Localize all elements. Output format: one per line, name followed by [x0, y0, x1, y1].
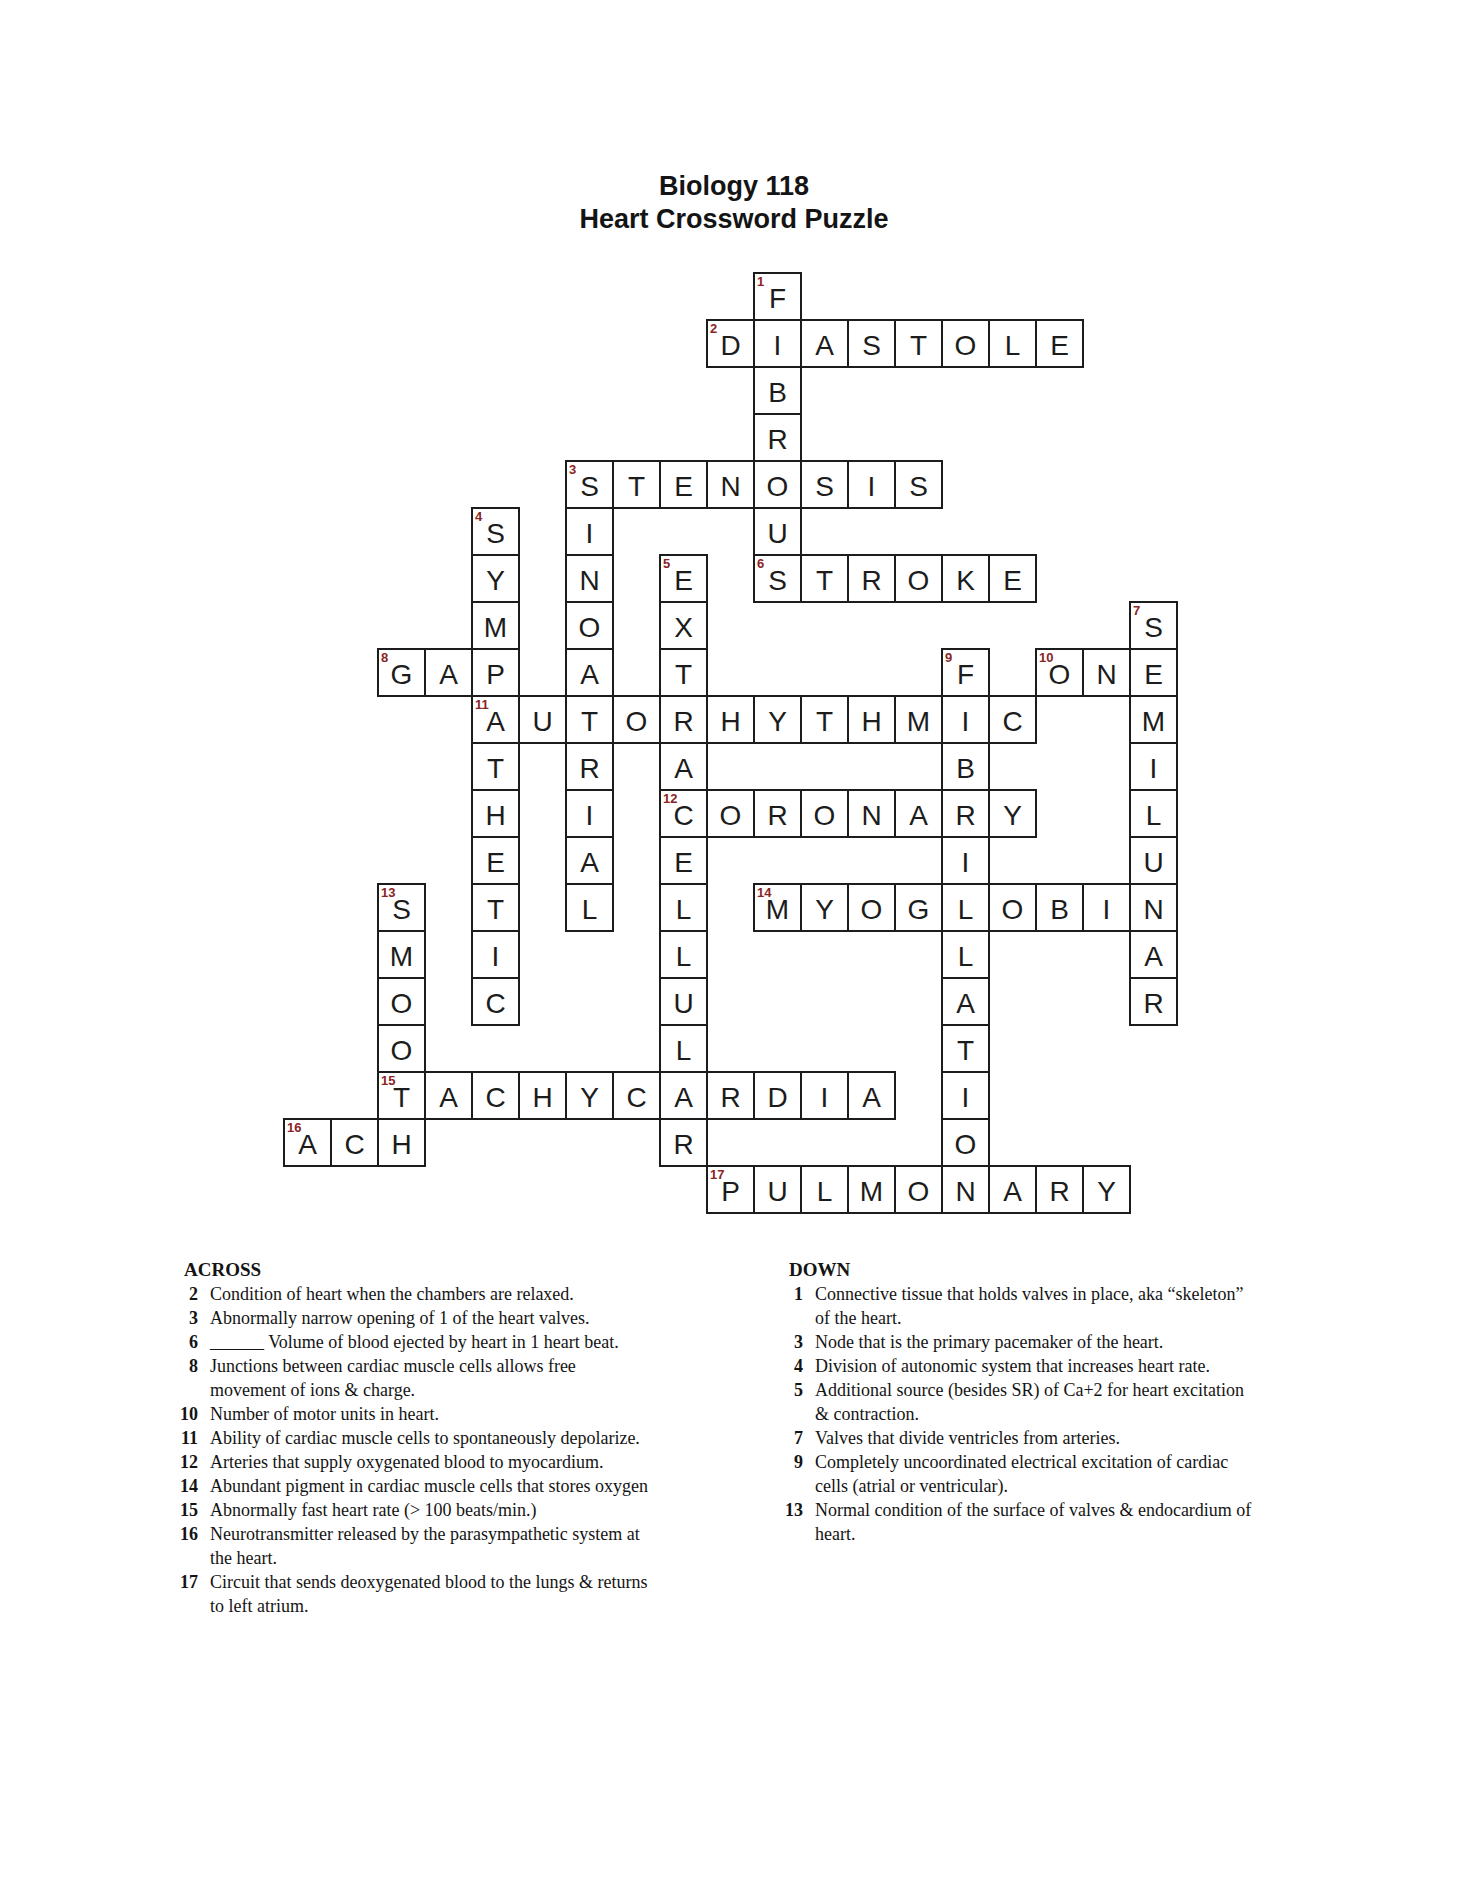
cell-letter: Y — [815, 892, 834, 924]
cell-letter: E — [674, 845, 693, 877]
across-clue-list: 2Condition of heart when the chambers ar… — [150, 1282, 770, 1618]
cell-letter: I — [492, 939, 500, 971]
grid-cell[interactable]: R — [848, 555, 895, 602]
grid-cell[interactable]: 13S — [378, 884, 425, 931]
cell-letter: E — [1144, 657, 1163, 689]
cell-letter: E — [674, 563, 693, 595]
clue-item: 7Valves that divide ventricles from arte… — [755, 1426, 1405, 1450]
grid-cell[interactable]: B — [1036, 884, 1083, 931]
grid-cell[interactable]: O — [942, 320, 989, 367]
cell-letter: B — [956, 751, 975, 783]
clue-item: 4Division of autonomic system that incre… — [755, 1354, 1405, 1378]
cell-letter: T — [487, 751, 504, 783]
cell-number: 12 — [663, 792, 677, 805]
grid-cell[interactable]: R — [1036, 1166, 1083, 1213]
grid-cell[interactable]: C — [472, 978, 519, 1025]
cell-letter: O — [955, 1127, 977, 1159]
puzzle-title-name: Heart Crossword Puzzle — [0, 203, 1468, 236]
cell-letter: L — [676, 892, 692, 924]
clue-number: 17 — [150, 1570, 210, 1594]
cell-number: 4 — [475, 510, 482, 523]
grid-cell[interactable]: H — [378, 1119, 425, 1166]
grid-cell[interactable]: 7S — [1130, 602, 1177, 649]
clue-number: 1 — [755, 1282, 815, 1306]
cell-letter: R — [720, 1080, 740, 1112]
grid-cell[interactable]: 12C — [660, 790, 707, 837]
clue-item: 17Circuit that sends deoxygenated blood … — [150, 1570, 770, 1618]
grid-cell[interactable]: N — [707, 461, 754, 508]
grid-cell[interactable]: A — [895, 790, 942, 837]
grid-cell[interactable]: O — [895, 555, 942, 602]
clue-item: 2Condition of heart when the chambers ar… — [150, 1282, 770, 1306]
grid-cell[interactable]: O — [942, 1119, 989, 1166]
cell-letter: N — [861, 798, 881, 830]
cell-letter: A — [1144, 939, 1163, 971]
grid-cell[interactable]: E — [1130, 649, 1177, 696]
grid-cell[interactable]: K — [942, 555, 989, 602]
cell-letter: H — [720, 704, 740, 736]
clue-number: 14 — [150, 1474, 210, 1498]
cell-letter: O — [579, 610, 601, 642]
grid-cell[interactable]: I — [942, 696, 989, 743]
grid-cell[interactable]: O — [566, 602, 613, 649]
grid-cell[interactable]: 16A — [284, 1119, 331, 1166]
cell-letter: I — [962, 845, 970, 877]
cell-number: 13 — [381, 886, 395, 899]
cell-letter: M — [860, 1174, 883, 1206]
cell-letter: M — [390, 939, 413, 971]
clue-number: 10 — [150, 1402, 210, 1426]
grid-cell[interactable]: R — [942, 790, 989, 837]
clue-text: ______ Volume of blood ejected by heart … — [210, 1330, 750, 1354]
cell-letter: E — [1050, 328, 1069, 360]
grid-cell[interactable]: X — [660, 602, 707, 649]
grid-cell[interactable]: A — [660, 1072, 707, 1119]
clue-item: 15Abnormally fast heart rate (> 100 beat… — [150, 1498, 770, 1522]
grid-cell[interactable]: S — [895, 461, 942, 508]
clue-item: 6______ Volume of blood ejected by heart… — [150, 1330, 770, 1354]
clue-number: 16 — [150, 1522, 210, 1546]
clue-text: Circuit that sends deoxygenated blood to… — [210, 1570, 750, 1618]
clue-text: Condition of heart when the chambers are… — [210, 1282, 750, 1306]
grid-cell[interactable]: N — [566, 555, 613, 602]
cell-letter: O — [391, 986, 413, 1018]
grid-cell[interactable]: H — [472, 790, 519, 837]
grid-cell[interactable]: U — [519, 696, 566, 743]
clue-item: 16Neurotransmitter released by the paras… — [150, 1522, 770, 1570]
grid-cell[interactable]: T — [942, 1025, 989, 1072]
cell-letter: R — [673, 1127, 693, 1159]
grid-cell[interactable]: R — [1130, 978, 1177, 1025]
grid-cell[interactable]: A — [1130, 931, 1177, 978]
cell-letter: L — [1005, 328, 1021, 360]
cell-letter: R — [673, 704, 693, 736]
grid-cell[interactable]: L — [566, 884, 613, 931]
clue-number: 15 — [150, 1498, 210, 1522]
grid-cell[interactable]: Y — [801, 884, 848, 931]
down-clue-list: 1Connective tissue that holds valves in … — [755, 1282, 1405, 1546]
clue-number: 12 — [150, 1450, 210, 1474]
cell-letter: A — [674, 1080, 693, 1112]
clue-item: 3Node that is the primary pacemaker of t… — [755, 1330, 1405, 1354]
grid-cell[interactable]: L — [801, 1166, 848, 1213]
cell-letter: L — [958, 939, 974, 971]
cell-number: 5 — [663, 557, 670, 570]
grid-cell[interactable]: 9F — [942, 649, 989, 696]
cell-letter: T — [393, 1080, 410, 1112]
cell-letter: N — [1143, 892, 1163, 924]
grid-cell[interactable]: N — [942, 1166, 989, 1213]
grid-cell[interactable]: N — [1130, 884, 1177, 931]
grid-cell[interactable]: I — [848, 461, 895, 508]
grid-cell[interactable]: 5E — [660, 555, 707, 602]
grid-cell[interactable]: L — [660, 931, 707, 978]
grid-cell[interactable]: M — [1130, 696, 1177, 743]
cell-number: 8 — [381, 651, 388, 664]
cell-letter: S — [862, 328, 881, 360]
cell-number: 2 — [710, 322, 717, 335]
grid-cell[interactable]: A — [660, 743, 707, 790]
cell-letter: I — [868, 469, 876, 501]
grid-cell[interactable]: O — [848, 884, 895, 931]
grid-cell[interactable]: I — [566, 790, 613, 837]
grid-cell[interactable]: R — [660, 696, 707, 743]
clue-number: 8 — [150, 1354, 210, 1378]
clue-item: 8Junctions between cardiac muscle cells … — [150, 1354, 770, 1402]
grid-cell[interactable]: 1F — [754, 273, 801, 320]
clue-text: Neurotransmitter released by the parasym… — [210, 1522, 750, 1570]
grid-cell[interactable]: U — [754, 1166, 801, 1213]
grid-cell[interactable]: H — [707, 696, 754, 743]
grid-cell[interactable]: O — [989, 884, 1036, 931]
grid-cell[interactable]: T — [801, 555, 848, 602]
grid-cell[interactable]: R — [566, 743, 613, 790]
grid-cell[interactable]: N — [1083, 649, 1130, 696]
cell-letter: N — [720, 469, 740, 501]
cell-letter: K — [956, 563, 975, 595]
grid-cell[interactable]: E — [1036, 320, 1083, 367]
clue-text: Abnormally fast heart rate (> 100 beats/… — [210, 1498, 750, 1522]
grid-cell[interactable]: L — [660, 884, 707, 931]
cell-letter: H — [861, 704, 881, 736]
clue-item: 14Abundant pigment in cardiac muscle cel… — [150, 1474, 770, 1498]
cell-letter: I — [962, 704, 970, 736]
grid-cell[interactable]: O — [801, 790, 848, 837]
cell-letter: O — [814, 798, 836, 830]
cell-letter: I — [962, 1080, 970, 1112]
grid-cell[interactable]: B — [942, 743, 989, 790]
cell-letter: A — [862, 1080, 881, 1112]
grid-cell[interactable]: 3S — [566, 461, 613, 508]
grid-cell[interactable]: I — [1083, 884, 1130, 931]
cell-number: 6 — [757, 557, 764, 570]
cell-letter: S — [1144, 610, 1163, 642]
grid-cell[interactable]: E — [989, 555, 1036, 602]
grid-cell[interactable]: O — [378, 978, 425, 1025]
clue-text: Additional source (besides SR) of Ca+2 f… — [815, 1378, 1390, 1426]
cell-letter: U — [532, 704, 552, 736]
clue-text: Normal condition of the surface of valve… — [815, 1498, 1390, 1546]
grid-cell[interactable]: Y — [566, 1072, 613, 1119]
clue-item: 10Number of motor units in heart. — [150, 1402, 770, 1426]
grid-cell[interactable]: I — [754, 320, 801, 367]
grid-cell[interactable]: H — [848, 696, 895, 743]
cell-letter: S — [909, 469, 928, 501]
grid-cell[interactable]: N — [848, 790, 895, 837]
cell-letter: T — [628, 469, 645, 501]
cell-letter: A — [1003, 1174, 1022, 1206]
grid-cell[interactable]: E — [660, 837, 707, 884]
grid-cell[interactable]: T — [566, 696, 613, 743]
grid-cell[interactable]: Y — [472, 555, 519, 602]
clue-number: 11 — [150, 1426, 210, 1450]
grid-cell[interactable]: R — [754, 414, 801, 461]
grid-cell[interactable]: D — [754, 1072, 801, 1119]
cell-number: 17 — [710, 1168, 724, 1181]
grid-cell[interactable]: 6S — [754, 555, 801, 602]
cell-letter: B — [1050, 892, 1069, 924]
cell-letter: U — [1143, 845, 1163, 877]
cell-letter: C — [485, 1080, 505, 1112]
grid-cell[interactable]: 17P — [707, 1166, 754, 1213]
grid-cell[interactable]: U — [1130, 837, 1177, 884]
cell-number: 15 — [381, 1074, 395, 1087]
cell-letter: U — [767, 1174, 787, 1206]
cell-letter: L — [676, 939, 692, 971]
grid-cell[interactable]: T — [613, 461, 660, 508]
cell-number: 16 — [287, 1121, 301, 1134]
clue-text: Ability of cardiac muscle cells to spont… — [210, 1426, 750, 1450]
cell-letter: S — [486, 516, 505, 548]
cell-letter: I — [821, 1080, 829, 1112]
grid-cell[interactable]: I — [942, 1072, 989, 1119]
clue-text: Arteries that supply oxygenated blood to… — [210, 1450, 750, 1474]
clue-number: 3 — [150, 1306, 210, 1330]
cell-letter: A — [580, 845, 599, 877]
cell-letter: H — [532, 1080, 552, 1112]
cell-letter: C — [344, 1127, 364, 1159]
grid-cell[interactable]: A — [425, 649, 472, 696]
grid-cell[interactable]: A — [425, 1072, 472, 1119]
cell-letter: R — [1143, 986, 1163, 1018]
clue-text: Division of autonomic system that increa… — [815, 1354, 1390, 1378]
cell-letter: L — [676, 1033, 692, 1065]
grid-cell[interactable]: O — [895, 1166, 942, 1213]
cell-letter: A — [439, 657, 458, 689]
cell-letter: E — [674, 469, 693, 501]
grid-cell[interactable]: A — [989, 1166, 1036, 1213]
grid-cell[interactable]: I — [566, 508, 613, 555]
clue-number: 2 — [150, 1282, 210, 1306]
cell-letter: O — [908, 1174, 930, 1206]
grid-cell[interactable]: L — [942, 884, 989, 931]
grid-cell[interactable]: C — [472, 1072, 519, 1119]
crossword-grid: 1F2DIASTOLEBR3STENOSIS4SIUYN5E6STROKEMOX… — [284, 273, 1177, 1213]
grid-cell[interactable]: U — [660, 978, 707, 1025]
cell-letter: A — [909, 798, 928, 830]
cell-letter: D — [767, 1080, 787, 1112]
cell-letter: U — [673, 986, 693, 1018]
grid-cell[interactable]: R — [707, 1072, 754, 1119]
cell-letter: T — [487, 892, 504, 924]
grid-cell[interactable]: Y — [1083, 1166, 1130, 1213]
grid-cell[interactable]: O — [754, 461, 801, 508]
cell-letter: R — [579, 751, 599, 783]
clue-text: Completely uncoordinated electrical exci… — [815, 1450, 1390, 1498]
cell-letter: Y — [768, 704, 787, 736]
grid-cell[interactable]: R — [754, 790, 801, 837]
cell-letter: I — [586, 798, 594, 830]
cell-letter: A — [486, 704, 505, 736]
grid-cell[interactable]: M — [472, 602, 519, 649]
cell-letter: O — [391, 1033, 413, 1065]
clue-number: 7 — [755, 1426, 815, 1450]
clue-number: 13 — [755, 1498, 815, 1522]
cell-letter: T — [957, 1033, 974, 1065]
cell-letter: I — [774, 328, 782, 360]
grid-cell[interactable]: T — [472, 743, 519, 790]
cell-letter: R — [955, 798, 975, 830]
grid-cell[interactable]: M — [848, 1166, 895, 1213]
clue-item: 3Abnormally narrow opening of 1 of the h… — [150, 1306, 770, 1330]
cell-letter: I — [1103, 892, 1111, 924]
grid-cell[interactable]: T — [895, 320, 942, 367]
cell-letter: L — [958, 892, 974, 924]
grid-cell[interactable]: L — [660, 1025, 707, 1072]
cell-letter: H — [485, 798, 505, 830]
grid-cell[interactable]: L — [989, 320, 1036, 367]
grid-cell[interactable]: C — [331, 1119, 378, 1166]
cell-letter: P — [486, 657, 505, 689]
grid-cell[interactable]: H — [519, 1072, 566, 1119]
cell-letter: T — [816, 704, 833, 736]
grid-cell[interactable]: S — [801, 461, 848, 508]
grid-cell[interactable]: I — [1130, 743, 1177, 790]
clue-item: 9Completely uncoordinated electrical exc… — [755, 1450, 1405, 1498]
cell-letter: C — [1002, 704, 1022, 736]
clue-item: 12Arteries that supply oxygenated blood … — [150, 1450, 770, 1474]
cell-letter: T — [910, 328, 927, 360]
cell-number: 11 — [475, 698, 489, 711]
down-clues-section: DOWN 1Connective tissue that holds valve… — [755, 1258, 1405, 1546]
grid-cell[interactable]: O — [378, 1025, 425, 1072]
grid-cell[interactable]: M — [378, 931, 425, 978]
clue-item: 11Ability of cardiac muscle cells to spo… — [150, 1426, 770, 1450]
grid-cell[interactable]: O — [707, 790, 754, 837]
grid-cell[interactable]: Y — [754, 696, 801, 743]
cell-letter: M — [1142, 704, 1165, 736]
grid-cell[interactable]: 8G — [378, 649, 425, 696]
down-header: DOWN — [789, 1258, 1405, 1282]
clue-item: 1Connective tissue that holds valves in … — [755, 1282, 1405, 1330]
cell-letter: Y — [1097, 1174, 1116, 1206]
grid-cell[interactable]: T — [660, 649, 707, 696]
grid-cell[interactable]: E — [660, 461, 707, 508]
grid-cell[interactable]: A — [848, 1072, 895, 1119]
cell-letter: U — [767, 516, 787, 548]
grid-cell[interactable]: S — [848, 320, 895, 367]
grid-cell[interactable]: 11A — [472, 696, 519, 743]
grid-cell[interactable]: E — [472, 837, 519, 884]
cell-letter: F — [769, 281, 786, 313]
cell-letter: L — [582, 892, 598, 924]
grid-cell[interactable]: T — [801, 696, 848, 743]
cell-letter: O — [767, 469, 789, 501]
cell-letter: R — [767, 422, 787, 454]
grid-cell[interactable]: B — [754, 367, 801, 414]
cell-letter: O — [908, 563, 930, 595]
grid-cell[interactable]: O — [613, 696, 660, 743]
grid-cell[interactable]: P — [472, 649, 519, 696]
cell-letter: M — [484, 610, 507, 642]
grid-cell[interactable]: U — [754, 508, 801, 555]
grid-cell[interactable]: Y — [989, 790, 1036, 837]
clue-item: 13Normal condition of the surface of val… — [755, 1498, 1405, 1546]
grid-cell[interactable]: I — [942, 837, 989, 884]
clue-text: Number of motor units in heart. — [210, 1402, 750, 1426]
cell-letter: N — [579, 563, 599, 595]
cell-number: 7 — [1133, 604, 1140, 617]
grid-cell[interactable]: L — [1130, 790, 1177, 837]
clue-number: 4 — [755, 1354, 815, 1378]
grid-cell[interactable]: M — [895, 696, 942, 743]
cell-letter: C — [626, 1080, 646, 1112]
cell-letter: G — [908, 892, 930, 924]
grid-cell[interactable]: A — [942, 978, 989, 1025]
cell-number: 10 — [1039, 651, 1053, 664]
cell-letter: H — [391, 1127, 411, 1159]
cell-letter: Y — [580, 1080, 599, 1112]
across-clues-section: ACROSS 2Condition of heart when the cham… — [150, 1258, 770, 1618]
grid-cell[interactable]: A — [801, 320, 848, 367]
cell-letter: B — [768, 375, 787, 407]
clue-number: 3 — [755, 1330, 815, 1354]
cell-letter: N — [955, 1174, 975, 1206]
grid-cell[interactable]: C — [613, 1072, 660, 1119]
cell-letter: D — [720, 328, 740, 360]
cell-letter: Y — [1003, 798, 1022, 830]
grid-cell[interactable]: 2D — [707, 320, 754, 367]
cell-letter: A — [674, 751, 693, 783]
grid-cell[interactable]: A — [566, 837, 613, 884]
grid-cell[interactable]: R — [660, 1119, 707, 1166]
cell-letter: N — [1096, 657, 1116, 689]
cell-letter: S — [815, 469, 834, 501]
grid-cell[interactable]: T — [472, 884, 519, 931]
grid-cell[interactable]: C — [989, 696, 1036, 743]
cell-letter: O — [955, 328, 977, 360]
grid-cell[interactable]: A — [566, 649, 613, 696]
grid-cell[interactable]: 10O — [1036, 649, 1083, 696]
cell-letter: S — [768, 563, 787, 595]
cell-letter: G — [391, 657, 413, 689]
clue-text: Junctions between cardiac muscle cells a… — [210, 1354, 750, 1402]
grid-cell[interactable]: I — [472, 931, 519, 978]
cell-letter: T — [581, 704, 598, 736]
grid-cell[interactable]: G — [895, 884, 942, 931]
cell-letter: L — [1146, 798, 1162, 830]
clue-text: Abundant pigment in cardiac muscle cells… — [210, 1474, 750, 1498]
worksheet-page: Biology 118 Heart Crossword Puzzle 1F2DI… — [0, 0, 1468, 1900]
clue-text: Connective tissue that holds valves in p… — [815, 1282, 1390, 1330]
grid-cell[interactable]: L — [942, 931, 989, 978]
cell-letter: Y — [486, 563, 505, 595]
grid-cell[interactable]: 14M — [754, 884, 801, 931]
grid-cell[interactable]: I — [801, 1072, 848, 1119]
cell-letter: R — [1049, 1174, 1069, 1206]
grid-cell[interactable]: 4S — [472, 508, 519, 555]
grid-cell[interactable]: 15T — [378, 1072, 425, 1119]
